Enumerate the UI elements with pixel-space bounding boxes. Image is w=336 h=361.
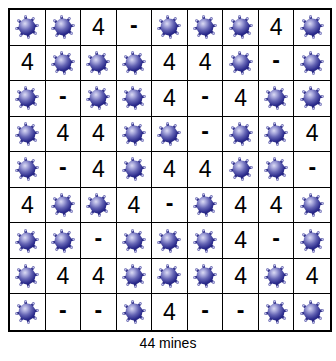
cell-dash: - bbox=[59, 156, 67, 183]
cell-r6c2[interactable] bbox=[46, 188, 82, 224]
mine-icon bbox=[191, 191, 219, 219]
cell-r2c7[interactable] bbox=[223, 46, 259, 82]
mine-icon bbox=[84, 49, 112, 77]
mine-icon bbox=[298, 227, 326, 255]
cell-r7c1[interactable] bbox=[10, 223, 46, 259]
mine-icon bbox=[13, 155, 41, 183]
cell-r7c7[interactable]: 4 bbox=[223, 223, 259, 259]
cell-number: 4 bbox=[199, 51, 212, 74]
cell-r2c3[interactable] bbox=[81, 46, 117, 82]
cell-r5c7[interactable] bbox=[223, 152, 259, 188]
cell-dash: - bbox=[59, 299, 67, 326]
cell-dash: - bbox=[166, 192, 174, 219]
mine-icon bbox=[191, 13, 219, 41]
cell-r1c1[interactable] bbox=[10, 10, 46, 46]
cell-r4c7[interactable] bbox=[223, 117, 259, 153]
cell-r4c4[interactable] bbox=[117, 117, 153, 153]
cell-dash: - bbox=[201, 299, 209, 326]
cell-r6c6[interactable] bbox=[188, 188, 224, 224]
cell-dash: - bbox=[308, 156, 316, 183]
cell-r9c1[interactable] bbox=[10, 294, 46, 330]
cell-number: 4 bbox=[234, 265, 247, 288]
mine-icon bbox=[120, 120, 148, 148]
minesweeper-board: 4-4444--4-444-4-444-44-44-4-4444--4-- bbox=[8, 8, 332, 332]
cell-dash: - bbox=[130, 14, 138, 41]
cell-r1c7[interactable] bbox=[223, 10, 259, 46]
cell-number: 4 bbox=[199, 158, 212, 181]
cell-number: 4 bbox=[128, 194, 141, 217]
cell-r5c4[interactable] bbox=[117, 152, 153, 188]
cell-r9c9[interactable] bbox=[294, 294, 330, 330]
cell-r4c3[interactable]: 4 bbox=[81, 117, 117, 153]
cell-dash: - bbox=[201, 85, 209, 112]
mine-icon bbox=[298, 298, 326, 326]
mine-icon bbox=[120, 298, 148, 326]
cell-r6c3[interactable] bbox=[81, 188, 117, 224]
cell-r7c8[interactable]: - bbox=[259, 223, 295, 259]
cell-r2c2[interactable] bbox=[46, 46, 82, 82]
cell-r3c2[interactable]: - bbox=[46, 81, 82, 117]
cell-r6c1[interactable]: 4 bbox=[10, 188, 46, 224]
mine-icon bbox=[13, 298, 41, 326]
cell-r9c7[interactable]: - bbox=[223, 294, 259, 330]
mine-icon bbox=[227, 155, 255, 183]
mine-icon bbox=[13, 227, 41, 255]
cell-r9c5[interactable]: 4 bbox=[152, 294, 188, 330]
cell-r5c5[interactable]: 4 bbox=[152, 152, 188, 188]
cell-r3c3[interactable] bbox=[81, 81, 117, 117]
cell-r8c5[interactable] bbox=[152, 259, 188, 295]
cell-r6c9[interactable] bbox=[294, 188, 330, 224]
mine-icon bbox=[120, 155, 148, 183]
cell-r7c9[interactable] bbox=[294, 223, 330, 259]
cell-number: 4 bbox=[306, 265, 319, 288]
cell-dash: - bbox=[59, 85, 67, 112]
mine-icon bbox=[84, 84, 112, 112]
cell-number: 4 bbox=[21, 194, 34, 217]
cell-r2c8[interactable]: - bbox=[259, 46, 295, 82]
cell-r5c1[interactable] bbox=[10, 152, 46, 188]
mine-icon bbox=[49, 13, 77, 41]
cell-number: 4 bbox=[306, 122, 319, 145]
cell-number: 4 bbox=[163, 158, 176, 181]
cell-r6c7[interactable]: 4 bbox=[223, 188, 259, 224]
mine-icon bbox=[191, 227, 219, 255]
cell-r5c3[interactable]: 4 bbox=[81, 152, 117, 188]
mine-icon bbox=[191, 262, 219, 290]
cell-r6c8[interactable]: 4 bbox=[259, 188, 295, 224]
mine-icon bbox=[120, 262, 148, 290]
mine-icon bbox=[227, 13, 255, 41]
cell-r8c2[interactable]: 4 bbox=[46, 259, 82, 295]
cell-r5c6[interactable]: 4 bbox=[188, 152, 224, 188]
mine-icon bbox=[262, 84, 290, 112]
cell-r9c2[interactable]: - bbox=[46, 294, 82, 330]
cell-dash: - bbox=[95, 227, 103, 254]
cell-dash: - bbox=[272, 227, 280, 254]
cell-r7c3[interactable]: - bbox=[81, 223, 117, 259]
cell-number: 4 bbox=[56, 122, 69, 145]
cell-r3c9[interactable] bbox=[294, 81, 330, 117]
mine-icon bbox=[262, 155, 290, 183]
cell-r2c9[interactable] bbox=[294, 46, 330, 82]
mine-icon bbox=[13, 120, 41, 148]
mine-icon bbox=[298, 191, 326, 219]
cell-r1c5[interactable] bbox=[152, 10, 188, 46]
cell-r9c4[interactable] bbox=[117, 294, 153, 330]
cell-r8c8[interactable] bbox=[259, 259, 295, 295]
cell-r8c9[interactable]: 4 bbox=[294, 259, 330, 295]
cell-r4c5[interactable] bbox=[152, 117, 188, 153]
cell-r4c6[interactable]: - bbox=[188, 117, 224, 153]
cell-r1c4[interactable]: - bbox=[117, 10, 153, 46]
cell-dash: - bbox=[272, 49, 280, 76]
mine-icon bbox=[13, 262, 41, 290]
cell-r1c9[interactable] bbox=[294, 10, 330, 46]
cell-r3c5[interactable]: 4 bbox=[152, 81, 188, 117]
mine-icon bbox=[49, 227, 77, 255]
cell-r8c7[interactable]: 4 bbox=[223, 259, 259, 295]
cell-number: 4 bbox=[163, 87, 176, 110]
cell-r5c9[interactable]: - bbox=[294, 152, 330, 188]
cell-r2c4[interactable] bbox=[117, 46, 153, 82]
mine-icon bbox=[120, 49, 148, 77]
cell-r4c8[interactable] bbox=[259, 117, 295, 153]
cell-r1c2[interactable] bbox=[46, 10, 82, 46]
cell-number: 4 bbox=[92, 265, 105, 288]
mine-icon bbox=[49, 191, 77, 219]
cell-r1c8[interactable]: 4 bbox=[259, 10, 295, 46]
cell-r4c9[interactable]: 4 bbox=[294, 117, 330, 153]
cell-r2c5[interactable]: 4 bbox=[152, 46, 188, 82]
mine-icon bbox=[155, 227, 183, 255]
mine-icon bbox=[120, 227, 148, 255]
cell-dash: - bbox=[95, 299, 103, 326]
mine-icon bbox=[13, 13, 41, 41]
cell-r3c4[interactable] bbox=[117, 81, 153, 117]
mine-icon bbox=[227, 120, 255, 148]
mine-icon bbox=[298, 13, 326, 41]
mine-icon bbox=[155, 13, 183, 41]
cell-number: 4 bbox=[92, 158, 105, 181]
cell-r2c6[interactable]: 4 bbox=[188, 46, 224, 82]
cell-r9c3[interactable]: - bbox=[81, 294, 117, 330]
cell-r1c6[interactable] bbox=[188, 10, 224, 46]
cell-r8c6[interactable] bbox=[188, 259, 224, 295]
cell-r4c1[interactable] bbox=[10, 117, 46, 153]
cell-r6c5[interactable]: - bbox=[152, 188, 188, 224]
cell-r7c6[interactable] bbox=[188, 223, 224, 259]
cell-r5c8[interactable] bbox=[259, 152, 295, 188]
mine-icon bbox=[155, 262, 183, 290]
cell-r4c2[interactable]: 4 bbox=[46, 117, 82, 153]
cell-number: 4 bbox=[270, 16, 283, 39]
cell-r5c2[interactable]: - bbox=[46, 152, 82, 188]
mine-icon bbox=[49, 49, 77, 77]
cell-r7c5[interactable] bbox=[152, 223, 188, 259]
mine-count-label: 44 mines bbox=[8, 335, 328, 351]
mine-icon bbox=[227, 49, 255, 77]
cell-number: 4 bbox=[270, 194, 283, 217]
cell-r3c7[interactable]: 4 bbox=[223, 81, 259, 117]
mine-icon bbox=[298, 84, 326, 112]
cell-number: 4 bbox=[92, 16, 105, 39]
cell-number: 4 bbox=[56, 265, 69, 288]
cell-r9c6[interactable]: - bbox=[188, 294, 224, 330]
cell-dash: - bbox=[201, 120, 209, 147]
mine-icon bbox=[298, 49, 326, 77]
cell-r7c4[interactable] bbox=[117, 223, 153, 259]
mine-icon bbox=[155, 120, 183, 148]
mine-icon bbox=[13, 84, 41, 112]
cell-r2c1[interactable]: 4 bbox=[10, 46, 46, 82]
cell-number: 4 bbox=[234, 87, 247, 110]
mine-icon bbox=[262, 298, 290, 326]
cell-number: 4 bbox=[234, 229, 247, 252]
cell-dash: - bbox=[237, 299, 245, 326]
cell-number: 4 bbox=[163, 301, 176, 324]
mine-icon bbox=[120, 84, 148, 112]
mine-icon bbox=[84, 191, 112, 219]
cell-r3c1[interactable] bbox=[10, 81, 46, 117]
mine-icon bbox=[262, 120, 290, 148]
mine-icon bbox=[262, 262, 290, 290]
cell-r3c8[interactable] bbox=[259, 81, 295, 117]
cell-number: 4 bbox=[234, 194, 247, 217]
cell-r9c8[interactable] bbox=[259, 294, 295, 330]
cell-r3c6[interactable]: - bbox=[188, 81, 224, 117]
cell-r8c1[interactable] bbox=[10, 259, 46, 295]
cell-number: 4 bbox=[92, 122, 105, 145]
cell-r1c3[interactable]: 4 bbox=[81, 10, 117, 46]
cell-r8c3[interactable]: 4 bbox=[81, 259, 117, 295]
cell-number: 4 bbox=[21, 51, 34, 74]
cell-r8c4[interactable] bbox=[117, 259, 153, 295]
cell-r6c4[interactable]: 4 bbox=[117, 188, 153, 224]
cell-r7c2[interactable] bbox=[46, 223, 82, 259]
cell-number: 4 bbox=[163, 51, 176, 74]
